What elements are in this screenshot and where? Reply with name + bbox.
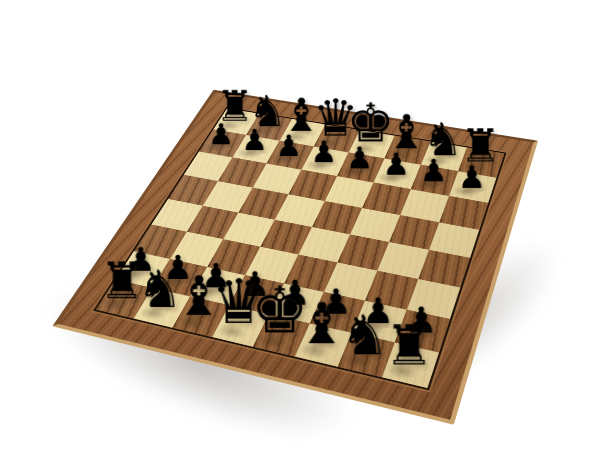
chess-board: ♜♞♝♛♚♝♞♜♟♟♟♟♟♟♟♟♟♟♟♟♟♟♟♟♜♞♝♛♚♝♞♜ [52, 89, 538, 424]
rook-glyph: ♜ [384, 316, 434, 372]
board-squares: ♜♞♝♛♚♝♞♜♟♟♟♟♟♟♟♟♟♟♟♟♟♟♟♟♜♞♝♛♚♝♞♜ [96, 108, 504, 387]
square-h7: ♟ [449, 171, 496, 203]
pawn-glyph: ♟ [458, 161, 486, 192]
product-photo: ♜♞♝♛♚♝♞♜♟♟♟♟♟♟♟♟♟♟♟♟♟♟♟♟♜♞♝♛♚♝♞♜ [0, 0, 600, 467]
chess-box: ♜♞♝♛♚♝♞♜♟♟♟♟♟♟♟♟♟♟♟♟♟♟♟♟♜♞♝♛♚♝♞♜ [52, 89, 538, 424]
square-h1: ♜ [382, 342, 439, 387]
piece-white-rook: ♜ [372, 269, 446, 369]
piece-black-pawn: ♟ [440, 105, 503, 189]
scene-3d: ♜♞♝♛♚♝♞♜♟♟♟♟♟♟♟♟♟♟♟♟♟♟♟♟♜♞♝♛♚♝♞♜ [0, 0, 600, 467]
